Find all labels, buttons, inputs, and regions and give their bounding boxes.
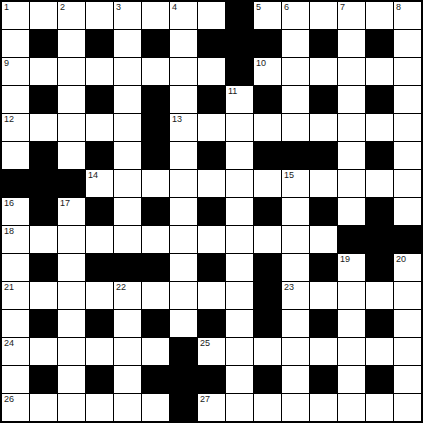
cell-r1c1[interactable]: 1 xyxy=(2,2,29,29)
cell-r4c5[interactable] xyxy=(114,86,141,113)
cell-r15c15[interactable] xyxy=(394,394,421,421)
cell-r5c8[interactable] xyxy=(198,114,225,141)
cell-r10c3[interactable] xyxy=(58,254,85,281)
cell-r5c4[interactable] xyxy=(86,114,113,141)
cell-r5c7[interactable]: 13 xyxy=(170,114,197,141)
black-cell-r8c14 xyxy=(366,198,393,225)
cell-r1c11[interactable]: 6 xyxy=(282,2,309,29)
cell-r15c5[interactable] xyxy=(114,394,141,421)
cell-r1c8[interactable] xyxy=(198,2,225,29)
cell-r10c7[interactable] xyxy=(170,254,197,281)
cell-r4c3[interactable] xyxy=(58,86,85,113)
black-cell-r15c7 xyxy=(170,394,197,421)
cell-r2c11[interactable] xyxy=(282,30,309,57)
cell-r1c5[interactable]: 3 xyxy=(114,2,141,29)
black-cell-r6c12 xyxy=(310,142,337,169)
clue-number-25: 25 xyxy=(200,339,210,348)
cell-r10c9[interactable] xyxy=(226,254,253,281)
black-cell-r12c10 xyxy=(254,310,281,337)
black-cell-r6c11 xyxy=(282,142,309,169)
cell-r5c2[interactable] xyxy=(30,114,57,141)
clue-number-11: 11 xyxy=(228,87,237,96)
cell-r7c9[interactable] xyxy=(226,170,253,197)
cell-r11c6[interactable] xyxy=(142,282,169,309)
cell-r5c9[interactable] xyxy=(226,114,253,141)
cell-r1c4[interactable] xyxy=(86,2,113,29)
cell-r14c13[interactable] xyxy=(338,366,365,393)
black-cell-r12c2 xyxy=(30,310,57,337)
black-cell-r13c7 xyxy=(170,338,197,365)
cell-r2c5[interactable] xyxy=(114,30,141,57)
black-cell-r5c6 xyxy=(142,114,169,141)
cell-r6c15[interactable] xyxy=(394,142,421,169)
cell-r7c10[interactable] xyxy=(254,170,281,197)
cell-r11c8[interactable] xyxy=(198,282,225,309)
clue-number-22: 22 xyxy=(116,283,126,292)
black-cell-r12c6 xyxy=(142,310,169,337)
clue-number-21: 21 xyxy=(4,283,14,292)
black-cell-r14c10 xyxy=(254,366,281,393)
cell-r1c6[interactable] xyxy=(142,2,169,29)
cell-r5c12[interactable] xyxy=(310,114,337,141)
cell-r13c5[interactable] xyxy=(114,338,141,365)
cell-r5c11[interactable] xyxy=(282,114,309,141)
black-cell-r8c2 xyxy=(30,198,57,225)
cell-r12c9[interactable] xyxy=(226,310,253,337)
crossword-grid: 1234567891011121314151617181920212223242… xyxy=(0,0,423,423)
cell-r7c4[interactable]: 14 xyxy=(86,170,113,197)
cell-r13c2[interactable] xyxy=(30,338,57,365)
cell-r3c1[interactable]: 9 xyxy=(2,58,29,85)
cell-r1c15[interactable]: 8 xyxy=(394,2,421,29)
cell-r14c5[interactable] xyxy=(114,366,141,393)
cell-r7c14[interactable] xyxy=(366,170,393,197)
cell-r3c7[interactable] xyxy=(170,58,197,85)
cell-r12c7[interactable] xyxy=(170,310,197,337)
crossword-page: 1234567891011121314151617181920212223242… xyxy=(0,0,423,423)
cell-r11c14[interactable] xyxy=(366,282,393,309)
black-cell-r1c9 xyxy=(226,2,253,29)
cell-r12c1[interactable] xyxy=(2,310,29,337)
black-cell-r2c10 xyxy=(254,30,281,57)
clue-number-12: 12 xyxy=(4,115,14,124)
cell-r6c3[interactable] xyxy=(58,142,85,169)
cell-r9c8[interactable] xyxy=(198,226,225,253)
clue-number-24: 24 xyxy=(4,339,14,348)
cell-r3c5[interactable] xyxy=(114,58,141,85)
cell-r8c3[interactable]: 17 xyxy=(58,198,85,225)
cell-r15c13[interactable] xyxy=(338,394,365,421)
black-cell-r4c12 xyxy=(310,86,337,113)
cell-r5c5[interactable] xyxy=(114,114,141,141)
cell-r12c5[interactable] xyxy=(114,310,141,337)
cell-r1c3[interactable]: 2 xyxy=(58,2,85,29)
cell-r3c8[interactable] xyxy=(198,58,225,85)
black-cell-r10c12 xyxy=(310,254,337,281)
cell-r11c7[interactable] xyxy=(170,282,197,309)
cell-r10c11[interactable] xyxy=(282,254,309,281)
cell-r2c1[interactable] xyxy=(2,30,29,57)
cell-r4c1[interactable] xyxy=(2,86,29,113)
cell-r3c2[interactable] xyxy=(30,58,57,85)
cell-r6c9[interactable] xyxy=(226,142,253,169)
cell-r5c14[interactable] xyxy=(366,114,393,141)
cell-r7c15[interactable] xyxy=(394,170,421,197)
black-cell-r2c4 xyxy=(86,30,113,57)
black-cell-r8c4 xyxy=(86,198,113,225)
cell-r11c2[interactable] xyxy=(30,282,57,309)
cell-r7c5[interactable] xyxy=(114,170,141,197)
clue-number-1: 1 xyxy=(4,3,9,12)
cell-r14c3[interactable] xyxy=(58,366,85,393)
black-cell-r4c2 xyxy=(30,86,57,113)
cell-r1c7[interactable]: 4 xyxy=(170,2,197,29)
black-cell-r2c8 xyxy=(198,30,225,57)
cell-r13c1[interactable]: 24 xyxy=(2,338,29,365)
cell-r3c4[interactable] xyxy=(86,58,113,85)
cell-r1c13[interactable]: 7 xyxy=(338,2,365,29)
black-cell-r6c4 xyxy=(86,142,113,169)
cell-r4c11[interactable] xyxy=(282,86,309,113)
black-cell-r10c14 xyxy=(366,254,393,281)
cell-r9c3[interactable] xyxy=(58,226,85,253)
black-cell-r7c1 xyxy=(2,170,29,197)
cell-r6c7[interactable] xyxy=(170,142,197,169)
cell-r9c7[interactable] xyxy=(170,226,197,253)
black-cell-r6c2 xyxy=(30,142,57,169)
black-cell-r11c10 xyxy=(254,282,281,309)
black-cell-r10c4 xyxy=(86,254,113,281)
clue-number-15: 15 xyxy=(284,171,294,180)
cell-r9c2[interactable] xyxy=(30,226,57,253)
cell-r1c2[interactable] xyxy=(30,2,57,29)
clue-number-2: 2 xyxy=(60,3,65,12)
black-cell-r2c2 xyxy=(30,30,57,57)
cell-r11c13[interactable] xyxy=(338,282,365,309)
clue-number-27: 27 xyxy=(200,395,210,404)
cell-r12c15[interactable] xyxy=(394,310,421,337)
cell-r11c11[interactable]: 23 xyxy=(282,282,309,309)
cell-r8c1[interactable]: 16 xyxy=(2,198,29,225)
clue-number-18: 18 xyxy=(4,227,14,236)
black-cell-r10c10 xyxy=(254,254,281,281)
cell-r3c3[interactable] xyxy=(58,58,85,85)
cell-r13c4[interactable] xyxy=(86,338,113,365)
black-cell-r14c2 xyxy=(30,366,57,393)
black-cell-r2c6 xyxy=(142,30,169,57)
clue-number-7: 7 xyxy=(340,3,345,12)
cell-r5c3[interactable] xyxy=(58,114,85,141)
clue-number-14: 14 xyxy=(88,171,98,180)
cell-r13c6[interactable] xyxy=(142,338,169,365)
black-cell-r8c8 xyxy=(198,198,225,225)
black-cell-r14c6 xyxy=(142,366,169,393)
black-cell-r12c8 xyxy=(198,310,225,337)
black-cell-r4c10 xyxy=(254,86,281,113)
cell-r1c10[interactable]: 5 xyxy=(254,2,281,29)
cell-r15c10[interactable] xyxy=(254,394,281,421)
cell-r15c4[interactable] xyxy=(86,394,113,421)
black-cell-r7c2 xyxy=(30,170,57,197)
black-cell-r14c14 xyxy=(366,366,393,393)
cell-r9c1[interactable]: 18 xyxy=(2,226,29,253)
cell-r13c14[interactable] xyxy=(366,338,393,365)
black-cell-r4c14 xyxy=(366,86,393,113)
cell-r9c6[interactable] xyxy=(142,226,169,253)
clue-number-13: 13 xyxy=(172,115,182,124)
cell-r15c3[interactable] xyxy=(58,394,85,421)
clue-number-9: 9 xyxy=(4,59,9,68)
cell-r14c11[interactable] xyxy=(282,366,309,393)
black-cell-r14c8 xyxy=(198,366,225,393)
cell-r11c3[interactable] xyxy=(58,282,85,309)
clue-number-5: 5 xyxy=(256,3,261,12)
clue-number-16: 16 xyxy=(4,199,14,208)
black-cell-r7c3 xyxy=(58,170,85,197)
cell-r11c4[interactable] xyxy=(86,282,113,309)
black-cell-r2c14 xyxy=(366,30,393,57)
cell-r13c8[interactable]: 25 xyxy=(198,338,225,365)
black-cell-r12c4 xyxy=(86,310,113,337)
cell-r3c10[interactable]: 10 xyxy=(254,58,281,85)
cell-r15c14[interactable] xyxy=(366,394,393,421)
cell-r8c15[interactable] xyxy=(394,198,421,225)
cell-r4c7[interactable] xyxy=(170,86,197,113)
clue-number-26: 26 xyxy=(4,395,14,404)
cell-r15c2[interactable] xyxy=(30,394,57,421)
cell-r9c5[interactable] xyxy=(114,226,141,253)
clue-number-23: 23 xyxy=(284,283,294,292)
cell-r8c9[interactable] xyxy=(226,198,253,225)
cell-r9c4[interactable] xyxy=(86,226,113,253)
cell-r14c9[interactable] xyxy=(226,366,253,393)
cell-r5c1[interactable]: 12 xyxy=(2,114,29,141)
clue-number-17: 17 xyxy=(60,199,70,208)
cell-r6c13[interactable] xyxy=(338,142,365,169)
cell-r6c5[interactable] xyxy=(114,142,141,169)
cell-r1c14[interactable] xyxy=(366,2,393,29)
black-cell-r9c15 xyxy=(394,226,421,253)
cell-r11c15[interactable] xyxy=(394,282,421,309)
black-cell-r14c12 xyxy=(310,366,337,393)
cell-r10c15[interactable]: 20 xyxy=(394,254,421,281)
cell-r8c7[interactable] xyxy=(170,198,197,225)
black-cell-r3c9 xyxy=(226,58,253,85)
cell-r11c9[interactable] xyxy=(226,282,253,309)
cell-r13c3[interactable] xyxy=(58,338,85,365)
black-cell-r8c12 xyxy=(310,198,337,225)
cell-r8c13[interactable] xyxy=(338,198,365,225)
cell-r5c15[interactable] xyxy=(394,114,421,141)
black-cell-r6c6 xyxy=(142,142,169,169)
black-cell-r4c6 xyxy=(142,86,169,113)
black-cell-r10c8 xyxy=(198,254,225,281)
cell-r11c5[interactable]: 22 xyxy=(114,282,141,309)
cell-r11c1[interactable]: 21 xyxy=(2,282,29,309)
black-cell-r14c4 xyxy=(86,366,113,393)
black-cell-r2c12 xyxy=(310,30,337,57)
cell-r9c11[interactable] xyxy=(282,226,309,253)
black-cell-r6c14 xyxy=(366,142,393,169)
cell-r4c9[interactable]: 11 xyxy=(226,86,253,113)
black-cell-r4c4 xyxy=(86,86,113,113)
cell-r12c13[interactable] xyxy=(338,310,365,337)
cell-r13c12[interactable] xyxy=(310,338,337,365)
cell-r13c10[interactable] xyxy=(254,338,281,365)
cell-r11c12[interactable] xyxy=(310,282,337,309)
cell-r9c12[interactable] xyxy=(310,226,337,253)
cell-r1c12[interactable] xyxy=(310,2,337,29)
cell-r2c7[interactable] xyxy=(170,30,197,57)
black-cell-r14c7 xyxy=(170,366,197,393)
cell-r12c11[interactable] xyxy=(282,310,309,337)
cell-r7c7[interactable] xyxy=(170,170,197,197)
cell-r15c9[interactable] xyxy=(226,394,253,421)
cell-r8c5[interactable] xyxy=(114,198,141,225)
black-cell-r2c9 xyxy=(226,30,253,57)
cell-r9c10[interactable] xyxy=(254,226,281,253)
cell-r10c1[interactable] xyxy=(2,254,29,281)
cell-r13c9[interactable] xyxy=(226,338,253,365)
cell-r7c6[interactable] xyxy=(142,170,169,197)
cell-r14c15[interactable] xyxy=(394,366,421,393)
black-cell-r12c14 xyxy=(366,310,393,337)
cell-r3c14[interactable] xyxy=(366,58,393,85)
cell-r13c11[interactable] xyxy=(282,338,309,365)
clue-number-6: 6 xyxy=(284,3,289,12)
cell-r3c6[interactable] xyxy=(142,58,169,85)
clue-number-4: 4 xyxy=(172,3,177,12)
cell-r7c13[interactable] xyxy=(338,170,365,197)
cell-r7c11[interactable]: 15 xyxy=(282,170,309,197)
cell-r6c1[interactable] xyxy=(2,142,29,169)
black-cell-r8c10 xyxy=(254,198,281,225)
cell-r5c13[interactable] xyxy=(338,114,365,141)
cell-r2c13[interactable] xyxy=(338,30,365,57)
cell-r15c11[interactable] xyxy=(282,394,309,421)
clue-number-10: 10 xyxy=(256,59,266,68)
clue-number-19: 19 xyxy=(340,255,350,264)
cell-r3c15[interactable] xyxy=(394,58,421,85)
black-cell-r4c8 xyxy=(198,86,225,113)
cell-r4c13[interactable] xyxy=(338,86,365,113)
black-cell-r10c2 xyxy=(30,254,57,281)
black-cell-r9c13 xyxy=(338,226,365,253)
cell-r15c6[interactable] xyxy=(142,394,169,421)
cell-r3c13[interactable] xyxy=(338,58,365,85)
cell-r2c3[interactable] xyxy=(58,30,85,57)
cell-r2c15[interactable] xyxy=(394,30,421,57)
cell-r9c9[interactable] xyxy=(226,226,253,253)
cell-r15c12[interactable] xyxy=(310,394,337,421)
clue-number-20: 20 xyxy=(396,255,406,264)
black-cell-r10c5 xyxy=(114,254,141,281)
black-cell-r12c12 xyxy=(310,310,337,337)
cell-r3c11[interactable] xyxy=(282,58,309,85)
black-cell-r9c14 xyxy=(366,226,393,253)
black-cell-r6c10 xyxy=(254,142,281,169)
cell-r12c3[interactable] xyxy=(58,310,85,337)
cell-r4c15[interactable] xyxy=(394,86,421,113)
black-cell-r6c8 xyxy=(198,142,225,169)
cell-r13c13[interactable] xyxy=(338,338,365,365)
clue-number-3: 3 xyxy=(116,3,121,12)
cell-r10c13[interactable]: 19 xyxy=(338,254,365,281)
cell-r15c8[interactable]: 27 xyxy=(198,394,225,421)
black-cell-r10c6 xyxy=(142,254,169,281)
cell-r7c12[interactable] xyxy=(310,170,337,197)
cell-r8c11[interactable] xyxy=(282,198,309,225)
cell-r15c1[interactable]: 26 xyxy=(2,394,29,421)
cell-r14c1[interactable] xyxy=(2,366,29,393)
cell-r3c12[interactable] xyxy=(310,58,337,85)
black-cell-r8c6 xyxy=(142,198,169,225)
cell-r13c15[interactable] xyxy=(394,338,421,365)
cell-r5c10[interactable] xyxy=(254,114,281,141)
clue-number-8: 8 xyxy=(396,3,401,12)
cell-r7c8[interactable] xyxy=(198,170,225,197)
